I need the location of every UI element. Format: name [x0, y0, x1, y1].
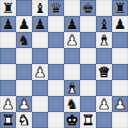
square-d1[interactable] [48, 112, 64, 128]
square-d8[interactable]: ♛ [48, 0, 64, 16]
square-c8[interactable]: ♝ [32, 0, 48, 16]
square-g3[interactable] [96, 80, 112, 96]
piece-black-pawn: ♟ [18, 16, 31, 32]
piece-black-bishop: ♝ [34, 0, 47, 16]
piece-white-rook: ♜ [82, 112, 95, 128]
square-c7[interactable]: ♟ [32, 16, 48, 32]
square-h6[interactable] [112, 32, 128, 48]
piece-white-pawn: ♟ [34, 64, 47, 80]
square-e3[interactable]: ♝ [64, 80, 80, 96]
square-d2[interactable] [48, 96, 64, 112]
square-b2[interactable]: ♟ [16, 96, 32, 112]
piece-white-queen: ♛ [98, 64, 111, 80]
square-f6[interactable] [80, 32, 96, 48]
square-h1[interactable] [112, 112, 128, 128]
piece-white-bishop: ♝ [98, 32, 111, 48]
piece-black-pawn: ♟ [34, 16, 47, 32]
square-g1[interactable] [96, 112, 112, 128]
piece-black-bishop: ♝ [98, 16, 111, 32]
square-a6[interactable] [0, 32, 16, 48]
piece-white-pawn: ♟ [2, 96, 15, 112]
piece-black-knight: ♞ [66, 96, 79, 112]
square-e4[interactable] [64, 64, 80, 80]
square-a8[interactable]: ♜ [0, 0, 16, 16]
square-c6[interactable] [32, 32, 48, 48]
square-e7[interactable]: ♟ [64, 16, 80, 32]
piece-black-pawn: ♟ [114, 16, 127, 32]
square-d6[interactable] [48, 32, 64, 48]
square-f3[interactable] [80, 80, 96, 96]
square-a7[interactable]: ♟ [0, 16, 16, 32]
piece-white-pawn: ♟ [66, 32, 79, 48]
square-b4[interactable] [16, 64, 32, 80]
square-e8[interactable] [64, 0, 80, 16]
piece-black-rook: ♜ [114, 0, 127, 16]
square-c3[interactable] [32, 80, 48, 96]
piece-black-queen: ♛ [50, 0, 63, 16]
square-h4[interactable] [112, 64, 128, 80]
square-a4[interactable] [0, 64, 16, 80]
piece-black-pawn: ♟ [66, 16, 79, 32]
square-d4[interactable] [48, 64, 64, 80]
square-h5[interactable] [112, 48, 128, 64]
square-b3[interactable] [16, 80, 32, 96]
square-d7[interactable] [48, 16, 64, 32]
square-d5[interactable] [48, 48, 64, 64]
piece-black-king: ♚ [82, 0, 95, 16]
square-e1[interactable]: ♚ [64, 112, 80, 128]
square-g2[interactable]: ♟ [96, 96, 112, 112]
square-f1[interactable]: ♜ [80, 112, 96, 128]
piece-black-rook: ♜ [2, 0, 15, 16]
square-a2[interactable]: ♟ [0, 96, 16, 112]
square-a5[interactable] [0, 48, 16, 64]
square-g4[interactable]: ♛ [96, 64, 112, 80]
square-b8[interactable] [16, 0, 32, 16]
square-c2[interactable] [32, 96, 48, 112]
square-h7[interactable]: ♟ [112, 16, 128, 32]
square-c1[interactable] [32, 112, 48, 128]
piece-black-pawn: ♟ [2, 16, 15, 32]
square-e2[interactable]: ♞ [64, 96, 80, 112]
piece-white-knight: ♞ [18, 112, 31, 128]
square-g5[interactable] [96, 48, 112, 64]
square-g8[interactable] [96, 0, 112, 16]
square-c4[interactable]: ♟ [32, 64, 48, 80]
square-h3[interactable] [112, 80, 128, 96]
square-g7[interactable]: ♝ [96, 16, 112, 32]
square-h8[interactable]: ♜ [112, 0, 128, 16]
square-a3[interactable] [0, 80, 16, 96]
square-f7[interactable] [80, 16, 96, 32]
square-b1[interactable]: ♞ [16, 112, 32, 128]
piece-white-king: ♚ [66, 112, 79, 128]
square-e6[interactable]: ♟ [64, 32, 80, 48]
square-a1[interactable]: ♜ [0, 112, 16, 128]
piece-white-bishop: ♝ [66, 80, 79, 96]
square-b6[interactable]: ♞ [16, 32, 32, 48]
chess-board: ♜♝♛♚♜♟♟♟♟♝♟♞♟♝♟♛♝♟♟♞♟♟♜♞♚♜ [0, 0, 128, 128]
piece-white-rook: ♜ [2, 112, 15, 128]
square-f2[interactable] [80, 96, 96, 112]
square-b7[interactable]: ♟ [16, 16, 32, 32]
square-c5[interactable] [32, 48, 48, 64]
piece-white-pawn: ♟ [18, 96, 31, 112]
square-d3[interactable] [48, 80, 64, 96]
square-h2[interactable]: ♟ [112, 96, 128, 112]
square-f8[interactable]: ♚ [80, 0, 96, 16]
square-f5[interactable] [80, 48, 96, 64]
piece-white-pawn: ♟ [98, 96, 111, 112]
square-e5[interactable] [64, 48, 80, 64]
square-f4[interactable] [80, 64, 96, 80]
piece-white-pawn: ♟ [114, 96, 127, 112]
piece-black-knight: ♞ [18, 32, 31, 48]
square-b5[interactable] [16, 48, 32, 64]
square-g6[interactable]: ♝ [96, 32, 112, 48]
